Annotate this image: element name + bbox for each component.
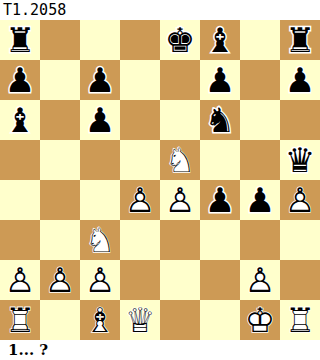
square-g6[interactable] bbox=[240, 100, 280, 140]
black-king-icon: ♚ bbox=[160, 20, 200, 60]
square-c7[interactable]: ♟♟ bbox=[80, 60, 120, 100]
square-d1[interactable]: ♛♕ bbox=[120, 300, 160, 340]
square-a1[interactable]: ♜♖ bbox=[0, 300, 40, 340]
square-c8[interactable] bbox=[80, 20, 120, 60]
square-f7[interactable]: ♟♟ bbox=[200, 60, 240, 100]
square-g4[interactable]: ♟♟ bbox=[240, 180, 280, 220]
black-bishop-icon: ♝ bbox=[0, 100, 40, 140]
square-a4[interactable] bbox=[0, 180, 40, 220]
white-rook-icon: ♖ bbox=[280, 300, 320, 340]
square-f5[interactable] bbox=[200, 140, 240, 180]
square-c1[interactable]: ♝♗ bbox=[80, 300, 120, 340]
square-e4[interactable]: ♟♙ bbox=[160, 180, 200, 220]
puzzle-id: T1.2058 bbox=[0, 0, 66, 20]
square-d2[interactable] bbox=[120, 260, 160, 300]
move-prompt: 1... ? bbox=[0, 340, 48, 360]
white-rook-icon: ♖ bbox=[0, 300, 40, 340]
square-e2[interactable] bbox=[160, 260, 200, 300]
square-c6[interactable]: ♟♟ bbox=[80, 100, 120, 140]
black-rook-icon: ♜ bbox=[0, 20, 40, 60]
square-b8[interactable] bbox=[40, 20, 80, 60]
square-g2[interactable]: ♟♙ bbox=[240, 260, 280, 300]
square-f8[interactable]: ♝♝ bbox=[200, 20, 240, 60]
square-a7[interactable]: ♟♟ bbox=[0, 60, 40, 100]
square-d7[interactable] bbox=[120, 60, 160, 100]
square-e1[interactable] bbox=[160, 300, 200, 340]
square-h5[interactable]: ♛♛ bbox=[280, 140, 320, 180]
square-d4[interactable]: ♟♙ bbox=[120, 180, 160, 220]
black-knight-icon: ♞ bbox=[200, 100, 240, 140]
white-knight-icon: ♘ bbox=[160, 140, 200, 180]
square-f2[interactable] bbox=[200, 260, 240, 300]
white-pawn-icon: ♙ bbox=[280, 180, 320, 220]
square-f4[interactable]: ♟♟ bbox=[200, 180, 240, 220]
square-d5[interactable] bbox=[120, 140, 160, 180]
square-a6[interactable]: ♝♝ bbox=[0, 100, 40, 140]
square-b5[interactable] bbox=[40, 140, 80, 180]
square-b4[interactable] bbox=[40, 180, 80, 220]
square-g1[interactable]: ♚♔ bbox=[240, 300, 280, 340]
square-b2[interactable]: ♟♙ bbox=[40, 260, 80, 300]
black-pawn-icon: ♟ bbox=[0, 60, 40, 100]
black-pawn-icon: ♟ bbox=[80, 100, 120, 140]
square-e8[interactable]: ♚♚ bbox=[160, 20, 200, 60]
square-c3[interactable]: ♞♘ bbox=[80, 220, 120, 260]
white-bishop-icon: ♗ bbox=[80, 300, 120, 340]
square-g8[interactable] bbox=[240, 20, 280, 60]
square-h6[interactable] bbox=[280, 100, 320, 140]
square-g5[interactable] bbox=[240, 140, 280, 180]
white-queen-icon: ♕ bbox=[120, 300, 160, 340]
square-a5[interactable] bbox=[0, 140, 40, 180]
square-e7[interactable] bbox=[160, 60, 200, 100]
square-g3[interactable] bbox=[240, 220, 280, 260]
white-pawn-icon: ♙ bbox=[120, 180, 160, 220]
black-pawn-icon: ♟ bbox=[200, 180, 240, 220]
black-rook-icon: ♜ bbox=[280, 20, 320, 60]
square-h2[interactable] bbox=[280, 260, 320, 300]
square-c4[interactable] bbox=[80, 180, 120, 220]
square-h7[interactable]: ♟♟ bbox=[280, 60, 320, 100]
black-queen-icon: ♛ bbox=[280, 140, 320, 180]
square-f6[interactable]: ♞♞ bbox=[200, 100, 240, 140]
white-knight-icon: ♘ bbox=[80, 220, 120, 260]
status-bar: 1... ? bbox=[0, 340, 320, 360]
square-h3[interactable] bbox=[280, 220, 320, 260]
square-h1[interactable]: ♜♖ bbox=[280, 300, 320, 340]
square-h8[interactable]: ♜♜ bbox=[280, 20, 320, 60]
square-g7[interactable] bbox=[240, 60, 280, 100]
square-b7[interactable] bbox=[40, 60, 80, 100]
chess-board: ♜♜♚♚♝♝♜♜♟♟♟♟♟♟♟♟♝♝♟♟♞♞♞♘♛♛♟♙♟♙♟♟♟♟♟♙♞♘♟♙… bbox=[0, 20, 320, 340]
white-pawn-icon: ♙ bbox=[40, 260, 80, 300]
square-e3[interactable] bbox=[160, 220, 200, 260]
white-king-icon: ♔ bbox=[240, 300, 280, 340]
square-d6[interactable] bbox=[120, 100, 160, 140]
square-f3[interactable] bbox=[200, 220, 240, 260]
black-bishop-icon: ♝ bbox=[200, 20, 240, 60]
square-d3[interactable] bbox=[120, 220, 160, 260]
square-e6[interactable] bbox=[160, 100, 200, 140]
white-pawn-icon: ♙ bbox=[0, 260, 40, 300]
title-bar: T1.2058 bbox=[0, 0, 320, 20]
square-h4[interactable]: ♟♙ bbox=[280, 180, 320, 220]
white-pawn-icon: ♙ bbox=[80, 260, 120, 300]
square-b3[interactable] bbox=[40, 220, 80, 260]
square-f1[interactable] bbox=[200, 300, 240, 340]
square-b1[interactable] bbox=[40, 300, 80, 340]
square-d8[interactable] bbox=[120, 20, 160, 60]
square-b6[interactable] bbox=[40, 100, 80, 140]
black-pawn-icon: ♟ bbox=[200, 60, 240, 100]
black-pawn-icon: ♟ bbox=[280, 60, 320, 100]
white-pawn-icon: ♙ bbox=[160, 180, 200, 220]
square-a8[interactable]: ♜♜ bbox=[0, 20, 40, 60]
black-pawn-icon: ♟ bbox=[80, 60, 120, 100]
square-e5[interactable]: ♞♘ bbox=[160, 140, 200, 180]
square-a2[interactable]: ♟♙ bbox=[0, 260, 40, 300]
square-a3[interactable] bbox=[0, 220, 40, 260]
black-pawn-icon: ♟ bbox=[240, 180, 280, 220]
square-c2[interactable]: ♟♙ bbox=[80, 260, 120, 300]
white-pawn-icon: ♙ bbox=[240, 260, 280, 300]
square-c5[interactable] bbox=[80, 140, 120, 180]
